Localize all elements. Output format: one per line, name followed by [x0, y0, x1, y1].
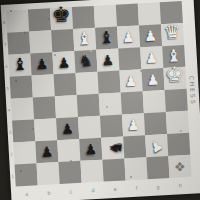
chessboard: ♚♝♝♟♟♛♝♟♟♞♟♟♝♟♟♚♟♟♟♟♞♟❖ abcdefgh 8765432…	[1, 0, 200, 200]
file-label-d: d	[91, 187, 96, 193]
black-pawn-c3[interactable]: ♟	[61, 121, 74, 136]
square-a1[interactable]	[15, 163, 38, 186]
black-bishop-a6[interactable]: ♝	[12, 55, 28, 73]
rank-label-7: 7	[4, 41, 7, 46]
square-d1[interactable]	[80, 160, 103, 183]
black-knight-e2[interactable]: ♞	[107, 139, 125, 156]
square-h5[interactable]: ♚	[163, 67, 186, 90]
square-a2[interactable]	[13, 141, 36, 164]
file-label-b: b	[47, 190, 52, 196]
square-h3[interactable]	[166, 111, 189, 134]
square-g8[interactable]	[138, 2, 161, 25]
square-c5[interactable]	[54, 73, 77, 96]
chess-photo-scene: ♚♝♝♟♟♛♝♟♟♞♟♟♝♟♟♚♟♟♟♟♞♟❖ abcdefgh 8765432…	[0, 0, 200, 200]
rank-label-6: 6	[5, 63, 8, 68]
black-king-c8[interactable]: ♚	[51, 4, 71, 26]
square-e6[interactable]: ♟	[96, 49, 119, 72]
square-g6[interactable]: ♟	[140, 46, 163, 69]
black-knight-d6[interactable]: ♞	[78, 53, 93, 70]
square-a7[interactable]	[7, 32, 30, 55]
black-pawn-d2[interactable]: ♟	[84, 142, 97, 157]
square-f7[interactable]: ♟	[117, 25, 140, 48]
square-f4[interactable]	[121, 91, 144, 114]
square-f5[interactable]: ♟	[119, 69, 142, 92]
square-b8[interactable]	[28, 8, 51, 31]
square-b3[interactable]	[34, 118, 57, 141]
file-label-e: e	[113, 186, 117, 192]
square-c2[interactable]	[57, 139, 80, 162]
square-g1[interactable]	[146, 156, 169, 179]
black-pawn-b6[interactable]: ♟	[35, 57, 48, 72]
file-label-c: c	[69, 188, 73, 194]
square-e7[interactable]: ♝	[95, 27, 118, 50]
square-b5[interactable]	[32, 74, 55, 97]
square-c8[interactable]: ♚	[50, 7, 73, 30]
diamond-ornament-icon: ❖	[168, 155, 191, 178]
white-king-h5[interactable]: ♚	[165, 64, 185, 86]
rank-label-2: 2	[10, 151, 13, 156]
square-b7[interactable]	[29, 30, 52, 53]
black-bishop-e7[interactable]: ♝	[98, 28, 114, 46]
square-g5[interactable]: ♟	[141, 68, 164, 91]
square-d8[interactable]	[72, 6, 95, 29]
black-pawn-e6[interactable]: ♟	[101, 53, 114, 68]
white-queen-h7[interactable]: ♛	[163, 22, 181, 42]
square-f8[interactable]	[116, 3, 139, 26]
square-f1[interactable]	[124, 157, 147, 180]
file-label-g: g	[156, 183, 161, 189]
rank-label-1: 1	[11, 173, 14, 178]
square-h2[interactable]	[167, 133, 190, 156]
square-d3[interactable]	[78, 116, 101, 139]
square-d5[interactable]	[76, 72, 99, 95]
square-h7[interactable]: ♛	[161, 23, 184, 46]
square-d6[interactable]: ♞	[74, 50, 97, 73]
square-e3[interactable]	[100, 114, 123, 137]
square-b2[interactable]: ♟	[35, 140, 58, 163]
square-g3[interactable]	[144, 112, 167, 135]
rank-label-3: 3	[9, 129, 12, 134]
square-f3[interactable]: ♟	[122, 113, 145, 136]
square-e1[interactable]	[102, 158, 125, 181]
square-c7[interactable]	[51, 29, 74, 52]
white-pawn-f5[interactable]: ♟	[124, 74, 137, 89]
square-c3[interactable]: ♟	[56, 117, 79, 140]
white-pawn-g2[interactable]: ♟	[147, 137, 165, 155]
file-label-h: h	[178, 182, 183, 188]
square-a8[interactable]	[6, 10, 29, 33]
square-e2[interactable]: ♞	[101, 136, 124, 159]
square-c6[interactable]: ♟	[52, 51, 75, 74]
square-f2[interactable]	[123, 135, 146, 158]
square-f6[interactable]	[118, 47, 141, 70]
square-e8[interactable]	[94, 5, 117, 28]
rank-label-8: 8	[3, 19, 6, 24]
rank-label-5: 5	[6, 85, 9, 90]
file-label-f: f	[135, 185, 138, 191]
square-d2[interactable]: ♟	[79, 138, 102, 161]
black-pawn-b2[interactable]: ♟	[40, 144, 53, 159]
square-a6[interactable]: ♝	[8, 53, 31, 76]
square-g4[interactable]	[143, 90, 166, 113]
square-a4[interactable]	[11, 97, 34, 120]
square-g7[interactable]: ♟	[139, 24, 162, 47]
square-c1[interactable]	[58, 161, 81, 184]
square-e4[interactable]	[99, 93, 122, 116]
white-pawn-g6[interactable]: ♟	[145, 50, 158, 65]
board-grid: ♚♝♝♟♟♛♝♟♟♞♟♟♝♟♟♚♟♟♟♟♞♟❖	[6, 1, 192, 187]
square-c4[interactable]	[55, 95, 78, 118]
square-h1[interactable]: ❖	[168, 155, 191, 178]
white-pawn-g7[interactable]: ♟	[144, 28, 157, 43]
black-pawn-c6[interactable]: ♟	[57, 55, 70, 70]
square-b6[interactable]: ♟	[30, 52, 53, 75]
white-bishop-d7[interactable]: ♝	[77, 30, 93, 48]
square-b1[interactable]	[37, 162, 60, 185]
square-b4[interactable]	[33, 96, 56, 119]
white-pawn-f3[interactable]: ♟	[127, 118, 140, 133]
square-g2[interactable]: ♟	[145, 134, 168, 157]
square-d7[interactable]: ♝	[73, 28, 96, 51]
square-a3[interactable]	[12, 119, 35, 142]
white-pawn-f7[interactable]: ♟	[122, 30, 135, 45]
file-label-a: a	[25, 191, 29, 197]
rank-label-4: 4	[8, 107, 11, 112]
white-pawn-g5[interactable]: ♟	[146, 72, 159, 87]
square-d4[interactable]	[77, 94, 100, 117]
square-h4[interactable]	[165, 89, 188, 112]
square-e5[interactable]	[97, 71, 120, 94]
square-a5[interactable]	[10, 75, 33, 98]
